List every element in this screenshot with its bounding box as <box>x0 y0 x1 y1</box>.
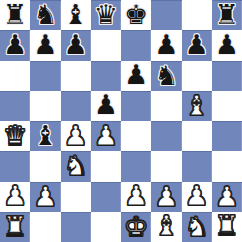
square-c4[interactable]: ♟ <box>61 121 91 151</box>
square-h1[interactable]: ♜ <box>212 212 242 242</box>
square-d2[interactable] <box>91 182 121 212</box>
piece-white-rook: ♜ <box>215 212 239 239</box>
piece-white-pawn: ♟ <box>154 183 178 210</box>
square-f5[interactable] <box>151 91 181 121</box>
square-f2[interactable]: ♟ <box>151 182 181 212</box>
square-b6[interactable] <box>30 61 60 91</box>
square-e7[interactable] <box>121 30 151 60</box>
piece-black-rook: ♜ <box>215 1 239 28</box>
piece-black-bishop: ♝ <box>33 122 57 149</box>
square-g4[interactable] <box>182 121 212 151</box>
square-h6[interactable] <box>212 61 242 91</box>
square-g7[interactable]: ♟ <box>182 30 212 60</box>
square-b4[interactable]: ♝ <box>30 121 60 151</box>
piece-white-pawn: ♟ <box>3 182 27 209</box>
square-h7[interactable]: ♟ <box>212 30 242 60</box>
square-b3[interactable] <box>30 151 60 181</box>
square-e5[interactable] <box>121 91 151 121</box>
square-d8[interactable]: ♛ <box>91 0 121 30</box>
square-a7[interactable]: ♟ <box>0 30 30 60</box>
piece-white-pawn: ♟ <box>33 183 57 210</box>
square-e3[interactable] <box>121 151 151 181</box>
piece-black-pawn: ♟ <box>64 31 88 58</box>
piece-black-pawn: ♟ <box>215 31 239 58</box>
square-b5[interactable] <box>30 91 60 121</box>
square-c3[interactable]: ♞ <box>61 151 91 181</box>
square-b2[interactable]: ♟ <box>30 182 60 212</box>
piece-black-pawn: ♟ <box>124 61 148 88</box>
square-d4[interactable]: ♟ <box>91 121 121 151</box>
square-c1[interactable] <box>61 212 91 242</box>
square-c6[interactable] <box>61 61 91 91</box>
piece-white-pawn: ♟ <box>215 183 239 210</box>
square-e4[interactable] <box>121 121 151 151</box>
piece-white-pawn: ♟ <box>94 122 118 149</box>
square-g3[interactable] <box>182 151 212 181</box>
piece-white-bishop: ♝ <box>185 92 209 119</box>
piece-black-rook: ♜ <box>3 1 27 28</box>
piece-white-queen: ♛ <box>3 122 27 149</box>
square-d6[interactable] <box>91 61 121 91</box>
square-h2[interactable]: ♟ <box>212 182 242 212</box>
piece-black-pawn: ♟ <box>3 31 27 58</box>
piece-black-queen: ♛ <box>94 1 118 28</box>
square-f8[interactable] <box>151 0 181 30</box>
square-f7[interactable]: ♟ <box>151 30 181 60</box>
square-g5[interactable]: ♝ <box>182 91 212 121</box>
piece-black-knight: ♞ <box>154 62 178 89</box>
square-c5[interactable] <box>61 91 91 121</box>
piece-black-pawn: ♟ <box>185 31 209 58</box>
square-d5[interactable]: ♟ <box>91 91 121 121</box>
square-a4[interactable]: ♛ <box>0 121 30 151</box>
piece-black-pawn: ♟ <box>94 91 118 118</box>
square-b8[interactable]: ♞ <box>30 0 60 30</box>
square-e1[interactable]: ♚ <box>121 212 151 242</box>
square-g2[interactable]: ♟ <box>182 182 212 212</box>
square-d3[interactable] <box>91 151 121 181</box>
piece-black-pawn: ♟ <box>154 31 178 58</box>
square-g6[interactable] <box>182 61 212 91</box>
square-h5[interactable] <box>212 91 242 121</box>
square-g8[interactable] <box>182 0 212 30</box>
piece-white-rook: ♜ <box>3 213 27 240</box>
square-d1[interactable] <box>91 212 121 242</box>
square-b1[interactable] <box>30 212 60 242</box>
square-a8[interactable]: ♜ <box>0 0 30 30</box>
square-c7[interactable]: ♟ <box>61 30 91 60</box>
piece-black-pawn: ♟ <box>33 31 57 58</box>
square-a5[interactable] <box>0 91 30 121</box>
piece-white-bishop: ♝ <box>154 212 178 239</box>
square-h4[interactable] <box>212 121 242 151</box>
piece-black-knight: ♞ <box>33 1 57 28</box>
piece-white-knight: ♞ <box>185 213 209 240</box>
square-a3[interactable] <box>0 151 30 181</box>
square-a6[interactable] <box>0 61 30 91</box>
square-c2[interactable] <box>61 182 91 212</box>
piece-white-king: ♚ <box>124 213 148 240</box>
piece-white-pawn: ♟ <box>185 182 209 209</box>
square-f4[interactable] <box>151 121 181 151</box>
square-f1[interactable]: ♝ <box>151 212 181 242</box>
square-h8[interactable]: ♜ <box>212 0 242 30</box>
square-a1[interactable]: ♜ <box>0 212 30 242</box>
square-a2[interactable]: ♟ <box>0 182 30 212</box>
square-b7[interactable]: ♟ <box>30 30 60 60</box>
square-f3[interactable] <box>151 151 181 181</box>
square-g1[interactable]: ♞ <box>182 212 212 242</box>
piece-black-bishop: ♝ <box>64 1 88 28</box>
square-d7[interactable] <box>91 30 121 60</box>
piece-white-knight: ♞ <box>64 152 88 179</box>
square-h3[interactable] <box>212 151 242 181</box>
square-e8[interactable]: ♚ <box>121 0 151 30</box>
square-e2[interactable]: ♟ <box>121 182 151 212</box>
square-e6[interactable]: ♟ <box>121 61 151 91</box>
chess-board: ♜♞♝♛♚♜♟♟♟♟♟♟♟♞♟♝♛♝♟♟♞♟♟♟♟♟♟♜♚♝♞♜ <box>0 0 242 242</box>
piece-white-pawn: ♟ <box>64 122 88 149</box>
square-f6[interactable]: ♞ <box>151 61 181 91</box>
square-c8[interactable]: ♝ <box>61 0 91 30</box>
piece-white-pawn: ♟ <box>124 182 148 209</box>
piece-black-king: ♚ <box>124 1 148 28</box>
